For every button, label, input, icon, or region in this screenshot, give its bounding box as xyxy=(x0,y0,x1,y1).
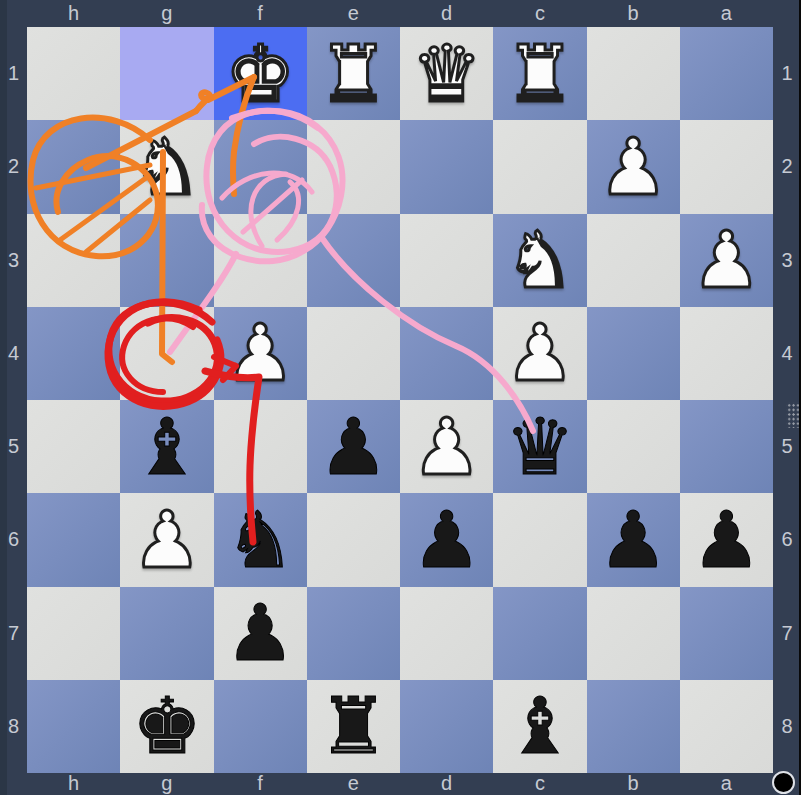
square-b8[interactable] xyxy=(587,680,680,773)
file-label-e: e xyxy=(307,0,400,27)
file-label-e: e xyxy=(307,771,400,795)
file-label-f: f xyxy=(214,771,307,795)
file-label-h: h xyxy=(27,0,120,27)
square-d3[interactable] xyxy=(400,214,493,307)
black-pawn-e5[interactable]: ♟ xyxy=(318,408,388,486)
square-g8[interactable]: ♚ xyxy=(120,680,213,773)
square-h5[interactable] xyxy=(27,400,120,493)
rank-label-7: 7 xyxy=(773,587,801,680)
square-f3[interactable] xyxy=(214,214,307,307)
white-pawn-a3[interactable]: ♟ xyxy=(691,221,761,299)
white-pawn-c4[interactable]: ♟ xyxy=(505,314,575,392)
black-pawn-f7[interactable]: ♟ xyxy=(225,594,295,672)
square-d5[interactable]: ♟ xyxy=(400,400,493,493)
square-b6[interactable]: ♟ xyxy=(587,493,680,586)
black-bishop-c8[interactable]: ♝ xyxy=(505,687,575,765)
square-d6[interactable]: ♟ xyxy=(400,493,493,586)
square-h1[interactable] xyxy=(27,27,120,120)
square-f7[interactable]: ♟ xyxy=(214,587,307,680)
black-rook-e8[interactable]: ♜ xyxy=(318,687,388,765)
square-h6[interactable] xyxy=(27,493,120,586)
file-label-b: b xyxy=(587,771,680,795)
resize-handle[interactable] xyxy=(786,402,799,428)
black-queen-c5[interactable]: ♛ xyxy=(505,408,575,486)
square-f1[interactable]: ♚ xyxy=(214,27,307,120)
file-label-d: d xyxy=(400,0,493,27)
square-e2[interactable] xyxy=(307,120,400,213)
square-a4[interactable] xyxy=(680,307,773,400)
white-rook-e1[interactable]: ♜ xyxy=(318,35,388,113)
file-label-c: c xyxy=(493,771,586,795)
black-pawn-a6[interactable]: ♟ xyxy=(691,501,761,579)
square-f8[interactable] xyxy=(214,680,307,773)
black-pawn-b6[interactable]: ♟ xyxy=(598,501,668,579)
square-e6[interactable] xyxy=(307,493,400,586)
white-pawn-g6[interactable]: ♟ xyxy=(132,501,202,579)
file-label-g: g xyxy=(120,0,213,27)
square-d8[interactable] xyxy=(400,680,493,773)
square-a5[interactable] xyxy=(680,400,773,493)
rank-label-8: 8 xyxy=(0,680,27,773)
white-pawn-b2[interactable]: ♟ xyxy=(598,128,668,206)
black-bishop-g5[interactable]: ♝ xyxy=(132,408,202,486)
square-c8[interactable]: ♝ xyxy=(493,680,586,773)
square-h8[interactable] xyxy=(27,680,120,773)
black-pawn-d6[interactable]: ♟ xyxy=(412,501,482,579)
file-label-d: d xyxy=(400,771,493,795)
rank-labels-left: 12345678 xyxy=(0,27,27,773)
rank-label-3: 3 xyxy=(773,214,801,307)
rank-label-2: 2 xyxy=(0,120,27,213)
file-labels-top: hgfedcba xyxy=(27,0,773,27)
square-d2[interactable] xyxy=(400,120,493,213)
black-knight-f6[interactable]: ♞ xyxy=(225,501,295,579)
square-c2[interactable] xyxy=(493,120,586,213)
rank-labels-right: 12345678 xyxy=(773,27,801,773)
square-d1[interactable]: ♛ xyxy=(400,27,493,120)
square-c5[interactable]: ♛ xyxy=(493,400,586,493)
square-a7[interactable] xyxy=(680,587,773,680)
square-g4[interactable] xyxy=(120,307,213,400)
square-a6[interactable]: ♟ xyxy=(680,493,773,586)
chess-board-window: hgfedcba hgfedcba 12345678 12345678 ♚♜♛♜… xyxy=(0,0,801,795)
square-a2[interactable] xyxy=(680,120,773,213)
square-a8[interactable] xyxy=(680,680,773,773)
square-b2[interactable]: ♟ xyxy=(587,120,680,213)
square-h4[interactable] xyxy=(27,307,120,400)
square-c1[interactable]: ♜ xyxy=(493,27,586,120)
grip-dots-icon xyxy=(786,402,799,428)
rank-label-1: 1 xyxy=(773,27,801,120)
square-f5[interactable] xyxy=(214,400,307,493)
square-g3[interactable] xyxy=(120,214,213,307)
square-b7[interactable] xyxy=(587,587,680,680)
white-king-f1[interactable]: ♚ xyxy=(225,35,295,113)
square-c6[interactable] xyxy=(493,493,586,586)
white-rook-c1[interactable]: ♜ xyxy=(505,35,575,113)
square-b4[interactable] xyxy=(587,307,680,400)
rank-label-4: 4 xyxy=(773,307,801,400)
board: ♚♜♛♜♞♟♞♟♟♟♝♟♟♛♟♞♟♟♟♟♚♜♝ xyxy=(27,27,773,773)
square-g7[interactable] xyxy=(120,587,213,680)
white-knight-g2[interactable]: ♞ xyxy=(132,128,202,206)
black-to-move-indicator xyxy=(772,771,795,794)
square-g6[interactable]: ♟ xyxy=(120,493,213,586)
square-f4[interactable]: ♟ xyxy=(214,307,307,400)
rank-label-6: 6 xyxy=(0,493,27,586)
white-pawn-f4[interactable]: ♟ xyxy=(225,314,295,392)
square-c7[interactable] xyxy=(493,587,586,680)
white-queen-d1[interactable]: ♛ xyxy=(412,35,482,113)
square-d4[interactable] xyxy=(400,307,493,400)
square-e4[interactable] xyxy=(307,307,400,400)
file-label-a: a xyxy=(680,0,773,27)
file-label-b: b xyxy=(587,0,680,27)
square-g1[interactable] xyxy=(120,27,213,120)
file-label-f: f xyxy=(214,0,307,27)
square-c3[interactable]: ♞ xyxy=(493,214,586,307)
square-e7[interactable] xyxy=(307,587,400,680)
square-h3[interactable] xyxy=(27,214,120,307)
square-b3[interactable] xyxy=(587,214,680,307)
file-label-a: a xyxy=(680,771,773,795)
white-knight-c3[interactable]: ♞ xyxy=(505,221,575,299)
rank-label-6: 6 xyxy=(773,493,801,586)
rank-label-2: 2 xyxy=(773,120,801,213)
rank-label-1: 1 xyxy=(0,27,27,120)
black-king-g8[interactable]: ♚ xyxy=(132,687,202,765)
square-a3[interactable]: ♟ xyxy=(680,214,773,307)
rank-label-7: 7 xyxy=(0,587,27,680)
square-a1[interactable] xyxy=(680,27,773,120)
file-label-h: h xyxy=(27,771,120,795)
square-g2[interactable]: ♞ xyxy=(120,120,213,213)
file-label-c: c xyxy=(493,0,586,27)
white-pawn-d5[interactable]: ♟ xyxy=(412,408,482,486)
square-e8[interactable]: ♜ xyxy=(307,680,400,773)
square-d7[interactable] xyxy=(400,587,493,680)
square-f6[interactable]: ♞ xyxy=(214,493,307,586)
square-h2[interactable] xyxy=(27,120,120,213)
square-b5[interactable] xyxy=(587,400,680,493)
square-g5[interactable]: ♝ xyxy=(120,400,213,493)
file-label-g: g xyxy=(120,771,213,795)
square-e3[interactable] xyxy=(307,214,400,307)
square-h7[interactable] xyxy=(27,587,120,680)
rank-label-3: 3 xyxy=(0,214,27,307)
square-e5[interactable]: ♟ xyxy=(307,400,400,493)
square-c4[interactable]: ♟ xyxy=(493,307,586,400)
square-f2[interactable] xyxy=(214,120,307,213)
rank-label-4: 4 xyxy=(0,307,27,400)
square-b1[interactable] xyxy=(587,27,680,120)
rank-label-5: 5 xyxy=(0,400,27,493)
file-labels-bottom: hgfedcba xyxy=(27,771,773,795)
square-e1[interactable]: ♜ xyxy=(307,27,400,120)
rank-label-8: 8 xyxy=(773,680,801,773)
